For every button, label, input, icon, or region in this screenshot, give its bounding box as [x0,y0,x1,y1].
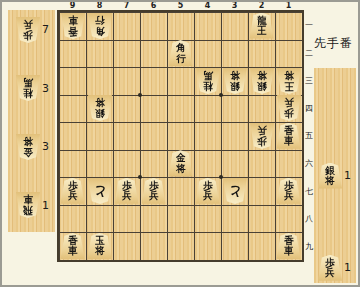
square-5-六[interactable]: 金将 [167,150,194,178]
hand-count-knight: 3 [42,82,49,95]
square-8-六[interactable] [86,150,113,178]
square-8-八[interactable] [86,205,113,233]
square-3-九[interactable] [221,232,248,260]
sente-gold-piece[interactable]: 金将 [169,150,193,176]
square-6-九[interactable] [140,232,167,260]
hand-slot-gold: 金将3 [8,133,55,161]
file-label-9: 9 [59,1,86,10]
gote-pawn-piece[interactable]: 歩兵 [277,95,301,121]
square-7-六[interactable] [113,150,140,178]
sente-pawn-piece[interactable]: 歩兵 [142,178,166,204]
square-5-二[interactable]: 角行 [167,40,194,68]
square-6-四[interactable] [140,95,167,123]
gote-knight-piece[interactable]: 桂馬 [16,75,40,101]
square-8-四[interactable]: 銀将 [86,95,113,123]
sente-pawn-piece[interactable]: 歩兵 [277,178,301,204]
square-3-八[interactable] [221,205,248,233]
hoshi-dot [138,93,142,97]
file-label-4: 4 [194,1,221,10]
square-7-九[interactable] [113,232,140,260]
square-2-四[interactable] [248,95,275,123]
square-4-七[interactable]: 歩兵 [194,177,221,205]
gote-silver-piece[interactable]: 銀将 [88,95,112,121]
hand-slot-knight: 桂馬3 [8,75,55,103]
turn-indicator: 先手番 [314,35,360,52]
square-5-四[interactable] [167,95,194,123]
square-8-二[interactable] [86,40,113,68]
square-9-六[interactable] [59,150,86,178]
sente-pawn-piece[interactable]: 歩兵 [61,178,85,204]
gote-rook-piece[interactable]: 飛車 [16,192,40,218]
square-6-八[interactable] [140,205,167,233]
square-7-一[interactable] [113,12,140,40]
square-3-五[interactable] [221,122,248,150]
square-3-二[interactable] [221,40,248,68]
gote-knight-piece[interactable]: 桂馬 [196,68,220,94]
square-9-三[interactable] [59,67,86,95]
square-8-一[interactable]: 角行 [86,12,113,40]
gote-captured-tray: 歩兵7桂馬3金将3飛車1 [8,10,55,232]
sente-lance-piece[interactable]: 香車 [277,123,301,149]
square-3-三[interactable]: 銀将 [221,67,248,95]
square-9-五[interactable] [59,122,86,150]
square-6-七[interactable]: 歩兵 [140,177,167,205]
file-label-8: 8 [86,1,113,10]
square-2-六[interactable] [248,150,275,178]
sente-pawn-piece[interactable]: 歩兵 [196,178,220,204]
square-8-三[interactable] [86,67,113,95]
hand-slot-pawn: 歩兵1 [314,254,356,282]
sente-pawn-piece[interactable]: 歩兵 [318,255,342,281]
square-5-一[interactable] [167,12,194,40]
file-label-6: 6 [140,1,167,10]
sente-captured-tray: 銀将1歩兵1 [314,68,356,283]
file-label-5: 5 [167,1,194,10]
square-9-二[interactable] [59,40,86,68]
hand-count-pawn: 7 [42,23,49,36]
square-6-三[interactable] [140,67,167,95]
square-9-四[interactable] [59,95,86,123]
square-9-九[interactable]: 香車 [59,232,86,260]
gote-king-piece[interactable]: 王将 [277,68,301,94]
hand-slot-silver: 銀将1 [314,162,356,190]
sente-lance-piece[interactable]: 香車 [61,233,85,259]
gote-silver-piece[interactable]: 銀将 [250,68,274,94]
square-5-五[interactable] [167,122,194,150]
hand-count-silver: 1 [344,169,351,182]
square-9-一[interactable]: 香車 [59,12,86,40]
square-7-四[interactable] [113,95,140,123]
square-6-一[interactable] [140,12,167,40]
square-2-三[interactable]: 銀将 [248,67,275,95]
square-6-二[interactable] [140,40,167,68]
sente-pawn-piece[interactable]: 歩兵 [115,178,139,204]
square-4-六[interactable] [194,150,221,178]
square-1-一[interactable] [275,12,302,40]
square-5-七[interactable] [167,177,194,205]
square-4-三[interactable]: 桂馬 [194,67,221,95]
gote-tokin-piece[interactable]: と [88,178,112,204]
square-5-三[interactable] [167,67,194,95]
square-9-八[interactable] [59,205,86,233]
hand-count-gold: 3 [42,140,49,153]
square-1-五[interactable]: 香車 [275,122,302,150]
gote-gold-piece[interactable]: 金将 [16,134,40,160]
square-3-一[interactable] [221,12,248,40]
square-8-五[interactable] [86,122,113,150]
square-4-八[interactable] [194,205,221,233]
square-3-六[interactable] [221,150,248,178]
shogi-board[interactable]: 香車角行龍王角行桂馬銀将銀将王将銀将歩兵歩兵香車金将歩兵と歩兵歩兵歩兵と歩兵香車… [57,10,304,262]
square-1-九[interactable]: 香車 [275,232,302,260]
square-7-八[interactable] [113,205,140,233]
hand-slot-rook: 飛車1 [8,192,55,220]
square-4-二[interactable] [194,40,221,68]
square-7-五[interactable] [113,122,140,150]
square-2-九[interactable] [248,232,275,260]
square-1-七[interactable]: 歩兵 [275,177,302,205]
square-5-九[interactable] [167,232,194,260]
file-label-2: 2 [248,1,275,10]
square-1-四[interactable]: 歩兵 [275,95,302,123]
gote-tokin-piece[interactable]: と [223,178,247,204]
shogi-app-window: 歩兵7桂馬3金将3飛車1 香車角行龍王角行桂馬銀将銀将王将銀将歩兵歩兵香車金将歩… [0,0,360,287]
hoshi-dot [219,93,223,97]
square-3-四[interactable] [221,95,248,123]
square-2-一[interactable]: 龍王 [248,12,275,40]
hand-count-pawn: 1 [344,261,351,274]
square-7-三[interactable] [113,67,140,95]
sente-lance-piece[interactable]: 香車 [277,233,301,259]
square-8-七[interactable]: と [86,177,113,205]
square-5-八[interactable] [167,205,194,233]
hand-slot-pawn: 歩兵7 [8,16,55,44]
square-6-六[interactable] [140,150,167,178]
hand-count-rook: 1 [42,199,49,212]
square-1-二[interactable] [275,40,302,68]
file-label-3: 3 [221,1,248,10]
square-7-二[interactable] [113,40,140,68]
file-label-7: 7 [113,1,140,10]
sente-bishop-piece[interactable]: 角行 [169,40,193,66]
square-4-九[interactable] [194,232,221,260]
gote-pawn-piece[interactable]: 歩兵 [16,17,40,43]
sente-silver-piece[interactable]: 銀将 [318,163,342,189]
square-1-三[interactable]: 王将 [275,67,302,95]
square-2-七[interactable] [248,177,275,205]
square-9-七[interactable]: 歩兵 [59,177,86,205]
square-4-四[interactable] [194,95,221,123]
square-2-五[interactable]: 歩兵 [248,122,275,150]
gote-lance-piece[interactable]: 香車 [61,13,85,39]
square-3-七[interactable]: と [221,177,248,205]
gote-bishop-piece[interactable]: 角行 [88,13,112,39]
sente-dragon-piece[interactable]: 龍王 [250,13,274,39]
square-1-六[interactable] [275,150,302,178]
square-6-五[interactable] [140,122,167,150]
file-label-1: 1 [275,1,302,10]
square-1-八[interactable] [275,205,302,233]
square-8-九[interactable]: 玉将 [86,232,113,260]
gote-pawn-piece[interactable]: 歩兵 [250,123,274,149]
square-2-二[interactable] [248,40,275,68]
square-2-八[interactable] [248,205,275,233]
gote-silver-piece[interactable]: 銀将 [223,68,247,94]
square-7-七[interactable]: 歩兵 [113,177,140,205]
square-4-五[interactable] [194,122,221,150]
square-4-一[interactable] [194,12,221,40]
sente-king-piece[interactable]: 玉将 [88,233,112,259]
